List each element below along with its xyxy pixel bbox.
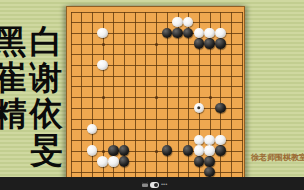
black-stone — [204, 156, 215, 167]
star-point — [102, 43, 105, 46]
danmaku-toggle[interactable] — [150, 182, 159, 188]
white-stone — [97, 156, 108, 167]
grid-line-horizontal — [71, 119, 243, 120]
black-stone — [119, 145, 130, 156]
caption-char: 崔 — [0, 60, 29, 96]
black-stone — [172, 28, 183, 39]
black-stone — [183, 145, 194, 156]
black-stone — [215, 38, 226, 49]
black-stone — [162, 145, 173, 156]
black-stone — [204, 38, 215, 49]
white-stone — [97, 60, 108, 71]
caption-char: 谢 — [27, 60, 65, 96]
caption-char: 旻 — [27, 132, 65, 168]
caption-char: 依 — [27, 96, 65, 132]
go-board — [66, 6, 245, 190]
star-point — [209, 96, 212, 99]
menu-icon[interactable] — [142, 182, 148, 187]
video-frame: 黑崔精 白谢依旻 徐老师围棋教室 ••• — [0, 0, 304, 190]
star-point — [155, 150, 158, 153]
white-stone — [194, 145, 205, 156]
white-stone — [87, 145, 98, 156]
white-stone — [194, 135, 205, 146]
white-stone — [87, 124, 98, 135]
more-icon[interactable]: ••• — [161, 180, 167, 188]
white-stone — [204, 135, 215, 146]
grid-line-vertical — [242, 12, 243, 183]
black-stone — [183, 28, 194, 39]
black-stone — [108, 145, 119, 156]
white-stone — [194, 28, 205, 39]
white-stone — [194, 103, 205, 114]
star-point — [102, 96, 105, 99]
black-stone — [194, 38, 205, 49]
white-stone — [204, 28, 215, 39]
caption-char: 黑 — [0, 24, 29, 60]
white-stone — [97, 28, 108, 39]
toggle-knob-icon — [154, 183, 158, 187]
watermark-text: 徐老师围棋教室 — [251, 152, 304, 163]
caption-white-player: 白谢依旻 — [27, 24, 65, 168]
last-move-marker — [197, 106, 201, 110]
white-stone — [204, 145, 215, 156]
white-stone — [172, 17, 183, 28]
grid-line-vertical — [231, 12, 232, 183]
grid-line-horizontal — [71, 172, 243, 173]
black-stone — [215, 103, 226, 114]
black-stone — [162, 28, 173, 39]
caption-black-player: 黑崔精 — [0, 24, 29, 132]
star-point — [155, 43, 158, 46]
black-stone — [119, 156, 130, 167]
star-point — [102, 150, 105, 153]
star-point — [155, 96, 158, 99]
caption-char: 精 — [0, 96, 29, 132]
white-stone — [215, 135, 226, 146]
caption-char: 白 — [27, 24, 65, 60]
black-stone — [215, 145, 226, 156]
black-stone — [204, 167, 215, 178]
white-stone — [215, 28, 226, 39]
white-stone — [108, 156, 119, 167]
white-stone — [183, 17, 194, 28]
black-stone — [194, 156, 205, 167]
